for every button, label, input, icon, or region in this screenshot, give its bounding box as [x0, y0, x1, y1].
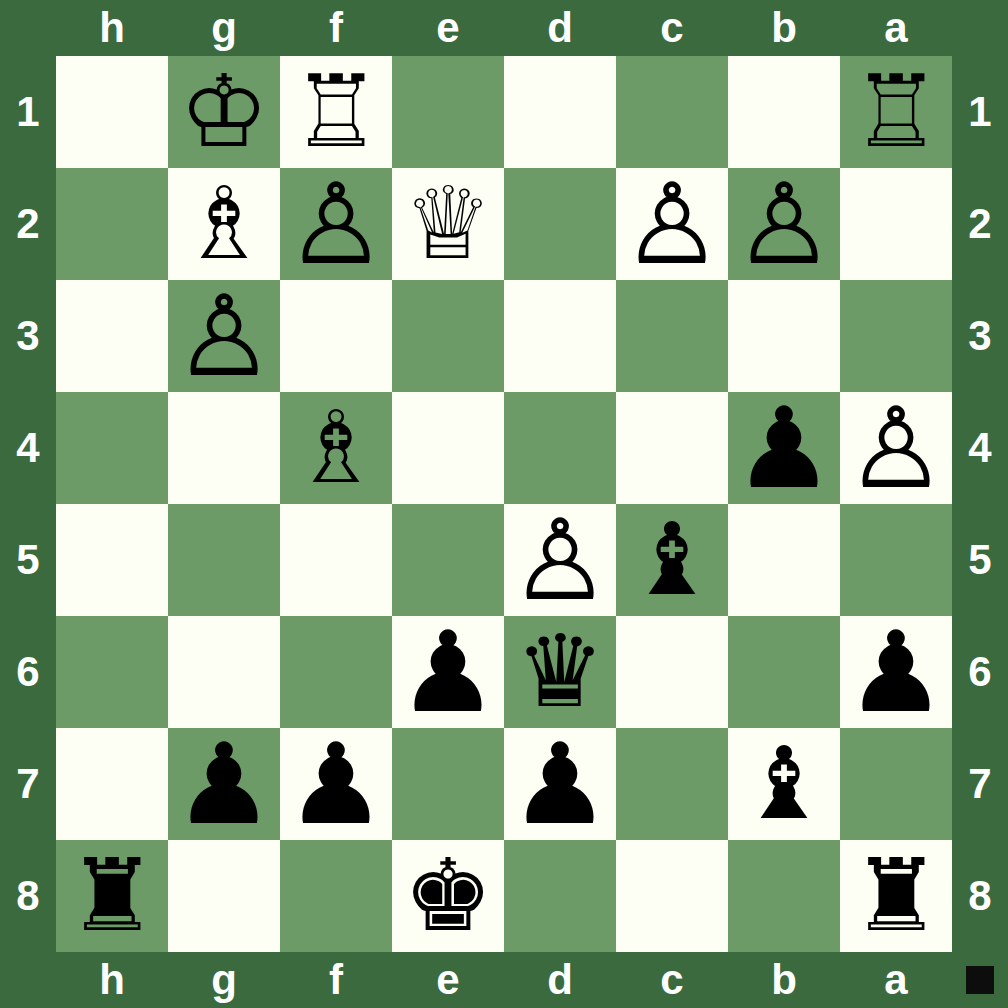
rank-label-6-right: 6 — [952, 616, 1008, 728]
rank-label-8-right: 8 — [952, 840, 1008, 952]
piece-black-pawn[interactable]: ♟ — [174, 728, 274, 840]
square-c4[interactable] — [616, 392, 728, 504]
piece-white-rook[interactable]: ♖ — [291, 56, 381, 168]
piece-white-pawn[interactable]: ♙ — [510, 504, 610, 616]
square-b8[interactable] — [728, 840, 840, 952]
square-e1[interactable] — [392, 56, 504, 168]
square-h6[interactable] — [56, 616, 168, 728]
square-f1[interactable]: ♖ — [280, 56, 392, 168]
square-h1[interactable] — [56, 56, 168, 168]
rank-label-8-left: 8 — [0, 840, 56, 952]
rank-label-7-right: 7 — [952, 728, 1008, 840]
piece-black-bishop[interactable]: ♝ — [739, 728, 829, 840]
square-c6[interactable] — [616, 616, 728, 728]
rank-label-3-left: 3 — [0, 280, 56, 392]
border-corner-bottom-left — [0, 952, 56, 1008]
square-d5[interactable]: ♙ — [504, 504, 616, 616]
piece-black-pawn[interactable]: ♟ — [734, 392, 834, 504]
square-a5[interactable] — [840, 504, 952, 616]
square-f6[interactable] — [280, 616, 392, 728]
piece-black-rook[interactable]: ♜ — [851, 840, 941, 952]
square-g2[interactable]: ♗ — [168, 168, 280, 280]
file-label-h-top: h — [56, 0, 168, 56]
square-g8[interactable] — [168, 840, 280, 952]
border-corner-top-right — [952, 0, 1008, 56]
square-f7[interactable]: ♟ — [280, 728, 392, 840]
square-h5[interactable] — [56, 504, 168, 616]
rank-label-4-left: 4 — [0, 392, 56, 504]
file-label-b-top: b — [728, 0, 840, 56]
square-e4[interactable] — [392, 392, 504, 504]
square-d7[interactable]: ♟ — [504, 728, 616, 840]
square-g6[interactable] — [168, 616, 280, 728]
piece-white-king[interactable]: ♔ — [179, 56, 269, 168]
file-label-g-top: g — [168, 0, 280, 56]
square-e3[interactable] — [392, 280, 504, 392]
square-e6[interactable]: ♟ — [392, 616, 504, 728]
square-h3[interactable] — [56, 280, 168, 392]
file-label-d-bottom: d — [504, 952, 616, 1008]
border-corner-bottom-right — [952, 952, 1008, 1008]
square-g1[interactable]: ♔ — [168, 56, 280, 168]
piece-black-pawn[interactable]: ♟ — [398, 616, 498, 728]
square-d8[interactable] — [504, 840, 616, 952]
file-label-a-bottom: a — [840, 952, 952, 1008]
piece-black-rook[interactable]: ♜ — [67, 840, 157, 952]
square-g3[interactable]: ♙ — [168, 280, 280, 392]
square-e5[interactable] — [392, 504, 504, 616]
rank-label-5-right: 5 — [952, 504, 1008, 616]
square-c5[interactable]: ♝ — [616, 504, 728, 616]
file-label-h-bottom: h — [56, 952, 168, 1008]
square-c3[interactable] — [616, 280, 728, 392]
file-label-e-top: e — [392, 0, 504, 56]
square-d6[interactable]: ♛ — [504, 616, 616, 728]
rank-label-7-left: 7 — [0, 728, 56, 840]
piece-black-queen[interactable]: ♛ — [515, 616, 605, 728]
square-b3[interactable] — [728, 280, 840, 392]
square-b2[interactable]: ♙ — [728, 168, 840, 280]
file-label-f-bottom: f — [280, 952, 392, 1008]
square-g4[interactable] — [168, 392, 280, 504]
square-g7[interactable]: ♟ — [168, 728, 280, 840]
piece-white-pawn[interactable]: ♙ — [286, 168, 386, 280]
border-corner-top-left — [0, 0, 56, 56]
piece-white-bishop[interactable]: ♗ — [179, 168, 269, 280]
piece-black-pawn[interactable]: ♟ — [286, 728, 386, 840]
file-label-g-bottom: g — [168, 952, 280, 1008]
file-label-f-top: f — [280, 0, 392, 56]
side-to-move-marker — [966, 966, 994, 994]
rank-label-2-right: 2 — [952, 168, 1008, 280]
square-f8[interactable] — [280, 840, 392, 952]
square-a7[interactable] — [840, 728, 952, 840]
piece-white-queen[interactable]: ♕ — [403, 168, 493, 280]
piece-white-pawn[interactable]: ♙ — [734, 168, 834, 280]
piece-white-bishop[interactable]: ♗ — [291, 392, 381, 504]
rank-label-4-right: 4 — [952, 392, 1008, 504]
square-d4[interactable] — [504, 392, 616, 504]
square-a2[interactable] — [840, 168, 952, 280]
square-d3[interactable] — [504, 280, 616, 392]
piece-white-pawn[interactable]: ♙ — [174, 280, 274, 392]
piece-black-pawn[interactable]: ♟ — [510, 728, 610, 840]
piece-black-pawn[interactable]: ♟ — [846, 616, 946, 728]
piece-black-king[interactable]: ♚ — [403, 840, 493, 952]
square-h8[interactable]: ♜ — [56, 840, 168, 952]
chessboard: hgfedcba1♔♖♖12♗♙♕♙♙23♙34♗♟♙45♙♝56♟♛♟67♟♟… — [0, 0, 1008, 1008]
rank-label-1-left: 1 — [0, 56, 56, 168]
square-b4[interactable]: ♟ — [728, 392, 840, 504]
square-e2[interactable]: ♕ — [392, 168, 504, 280]
square-h2[interactable] — [56, 168, 168, 280]
square-e7[interactable] — [392, 728, 504, 840]
square-e8[interactable]: ♚ — [392, 840, 504, 952]
square-c7[interactable] — [616, 728, 728, 840]
square-b5[interactable] — [728, 504, 840, 616]
file-label-b-bottom: b — [728, 952, 840, 1008]
piece-white-pawn[interactable]: ♙ — [846, 392, 946, 504]
square-c2[interactable]: ♙ — [616, 168, 728, 280]
square-b7[interactable]: ♝ — [728, 728, 840, 840]
square-f2[interactable]: ♙ — [280, 168, 392, 280]
piece-white-pawn[interactable]: ♙ — [622, 168, 722, 280]
square-f4[interactable]: ♗ — [280, 392, 392, 504]
piece-black-bishop[interactable]: ♝ — [627, 504, 717, 616]
square-b6[interactable] — [728, 616, 840, 728]
square-f5[interactable] — [280, 504, 392, 616]
file-label-c-top: c — [616, 0, 728, 56]
rank-label-3-right: 3 — [952, 280, 1008, 392]
square-a3[interactable] — [840, 280, 952, 392]
rank-label-2-left: 2 — [0, 168, 56, 280]
rank-label-1-right: 1 — [952, 56, 1008, 168]
square-h4[interactable] — [56, 392, 168, 504]
rank-label-6-left: 6 — [0, 616, 56, 728]
square-d2[interactable] — [504, 168, 616, 280]
rank-label-5-left: 5 — [0, 504, 56, 616]
square-a8[interactable]: ♜ — [840, 840, 952, 952]
file-label-d-top: d — [504, 0, 616, 56]
square-c1[interactable] — [616, 56, 728, 168]
piece-white-rook[interactable]: ♖ — [851, 56, 941, 168]
square-c8[interactable] — [616, 840, 728, 952]
square-a1[interactable]: ♖ — [840, 56, 952, 168]
file-label-a-top: a — [840, 0, 952, 56]
square-f3[interactable] — [280, 280, 392, 392]
file-label-c-bottom: c — [616, 952, 728, 1008]
square-a6[interactable]: ♟ — [840, 616, 952, 728]
file-label-e-bottom: e — [392, 952, 504, 1008]
square-d1[interactable] — [504, 56, 616, 168]
square-g5[interactable] — [168, 504, 280, 616]
square-b1[interactable] — [728, 56, 840, 168]
square-h7[interactable] — [56, 728, 168, 840]
square-a4[interactable]: ♙ — [840, 392, 952, 504]
